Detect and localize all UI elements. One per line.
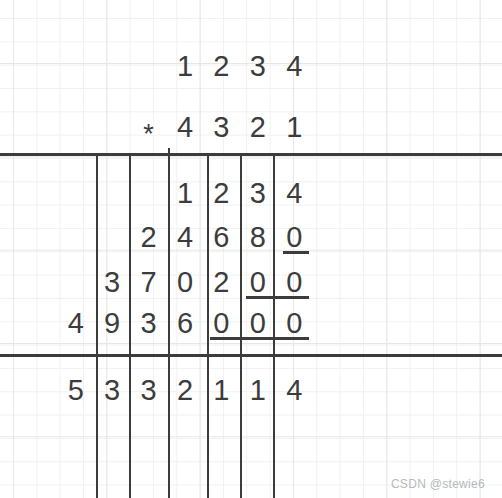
column-separator-line: [273, 153, 275, 498]
digit-cell: 2: [130, 217, 166, 257]
digit-cell: [94, 173, 130, 213]
row-multiplier: *4321: [58, 107, 313, 147]
digit-cell: 3: [240, 46, 276, 86]
digit-cell: 3: [130, 303, 166, 343]
digit-cell: [130, 46, 166, 86]
column-separator-line: [168, 148, 170, 498]
digit-cell: 1: [240, 370, 276, 410]
watermark: CSDN @stewie6: [391, 477, 485, 491]
column-separator-line: [240, 153, 242, 498]
multiply-sign: *: [130, 114, 166, 154]
digit-cell: 9: [94, 303, 130, 343]
digit-cell: 1: [167, 46, 203, 86]
digit-cell: 1: [276, 107, 312, 147]
digit-cell: [58, 46, 94, 86]
digit-cell: [58, 107, 94, 147]
digit-cell: 4: [58, 303, 94, 343]
digit-cell: 4: [276, 46, 312, 86]
digit-cell: 3: [94, 262, 130, 302]
digit-cell: 1: [167, 173, 203, 213]
shift-zero-underline: [210, 337, 309, 340]
column-separator-line: [129, 153, 131, 498]
row-multiplicand: 1234: [58, 46, 313, 86]
digit-cell: 3: [240, 173, 276, 213]
digit-cell: 3: [94, 370, 130, 410]
digit-cell: 0: [167, 262, 203, 302]
digit-cell: 2: [240, 107, 276, 147]
shift-zero-underline: [246, 296, 309, 299]
column-separator-line: [207, 153, 209, 498]
digit-cell: 8: [240, 217, 276, 257]
digit-cell: 3: [130, 370, 166, 410]
digit-cell: 5: [58, 370, 94, 410]
digit-cell: [94, 46, 130, 86]
digit-cell: 3: [203, 107, 239, 147]
digit-cell: 2: [167, 370, 203, 410]
digit-cell: 4: [276, 173, 312, 213]
shift-zero-underline: [283, 251, 309, 254]
digit-cell: [58, 217, 94, 257]
digit-cell: 2: [203, 46, 239, 86]
addition-line: [0, 354, 502, 357]
worksheet-canvas: 1234*432112342468037020049360005332114 C…: [0, 0, 502, 498]
digit-cell: 4: [167, 107, 203, 147]
digit-cell: 4: [167, 217, 203, 257]
digit-cell: [94, 217, 130, 257]
digit-cell: [130, 173, 166, 213]
digit-cell: [58, 262, 94, 302]
digit-cell: [58, 173, 94, 213]
digit-cell: 4: [276, 370, 312, 410]
digit-cell: [94, 107, 130, 147]
multiplication-line: [0, 153, 502, 156]
digit-cell: 6: [167, 303, 203, 343]
column-separator-line: [96, 153, 98, 498]
digit-cell: 7: [130, 262, 166, 302]
